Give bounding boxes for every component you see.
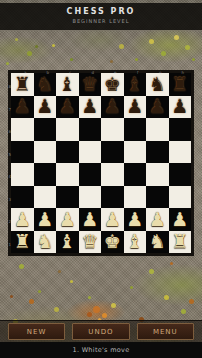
file-label-h: h [181,71,184,75]
app-title: CHESS PRO [0,7,202,16]
white-pawn[interactable]: ♟ [81,210,98,229]
square-d4[interactable] [79,163,102,186]
file-label-b: b [46,71,49,75]
square-g7[interactable]: ♟ [146,96,169,119]
file-label-c: c [69,71,71,75]
square-g1[interactable]: ♞ [146,231,169,254]
square-g2[interactable]: ♟ [146,208,169,231]
square-a4[interactable] [11,163,34,186]
square-b3[interactable] [34,186,57,209]
square-h2[interactable]: ♟ [169,208,192,231]
square-h4[interactable] [169,163,192,186]
square-b6[interactable] [34,118,57,141]
board-grid: ♜♞♝♛♚♝♞♜♟♟♟♟♟♟♟♟♟♟♟♟♟♟♟♟♜♞♝♛♚♝♞♜ [11,73,191,253]
square-c3[interactable] [56,186,79,209]
square-d2[interactable]: ♟ [79,208,102,231]
white-pawn[interactable]: ♟ [59,210,76,229]
square-b4[interactable] [34,163,57,186]
white-pawn[interactable]: ♟ [149,210,166,229]
square-e5[interactable] [101,141,124,164]
menu-button[interactable]: MENU [137,323,194,340]
new-game-button[interactable]: NEW [8,323,65,340]
square-a8[interactable]: ♜ [11,73,34,96]
difficulty-level-label: BEGINNER LEVEL [0,18,202,25]
square-h5[interactable] [169,141,192,164]
square-d5[interactable] [79,141,102,164]
square-a1[interactable]: ♜ [11,231,34,254]
black-queen[interactable]: ♛ [81,75,98,94]
rank-label-4: 4 [9,175,12,179]
square-e7[interactable]: ♟ [101,96,124,119]
move-indicator: 1. White's move [72,346,129,354]
file-label-g: g [159,71,162,75]
square-g3[interactable] [146,186,169,209]
black-pawn[interactable]: ♟ [14,97,31,116]
black-pawn[interactable]: ♟ [59,97,76,116]
square-f7[interactable]: ♟ [124,96,147,119]
control-bar: NEW UNDO MENU [0,320,202,342]
square-g6[interactable] [146,118,169,141]
white-pawn[interactable]: ♟ [171,210,188,229]
white-bishop[interactable]: ♝ [126,232,143,251]
rank-label-6: 6 [9,130,12,134]
app-header: CHESS PRO BEGINNER LEVEL [0,3,202,30]
square-f6[interactable] [124,118,147,141]
square-g8[interactable]: ♞ [146,73,169,96]
black-bishop[interactable]: ♝ [59,75,76,94]
file-label-f: f [137,71,138,75]
square-a6[interactable] [11,118,34,141]
square-f5[interactable] [124,141,147,164]
square-c7[interactable]: ♟ [56,96,79,119]
white-knight[interactable]: ♞ [149,232,166,251]
rank-label-1: 1 [9,243,12,247]
chess-board: ♜♞♝♛♚♝♞♜♟♟♟♟♟♟♟♟♟♟♟♟♟♟♟♟♜♞♝♛♚♝♞♜ abcdefg… [8,70,194,256]
white-knight[interactable]: ♞ [36,232,53,251]
square-b7[interactable]: ♟ [34,96,57,119]
square-b8[interactable]: ♞ [34,73,57,96]
white-king[interactable]: ♚ [104,232,121,251]
square-a2[interactable]: ♟ [11,208,34,231]
square-c1[interactable]: ♝ [56,231,79,254]
rank-label-7: 7 [9,108,12,112]
file-label-d: d [91,71,94,75]
square-c8[interactable]: ♝ [56,73,79,96]
square-c2[interactable]: ♟ [56,208,79,231]
white-pawn[interactable]: ♟ [14,210,31,229]
black-pawn[interactable]: ♟ [104,97,121,116]
rank-label-5: 5 [9,153,12,157]
rank-label-3: 3 [9,198,12,202]
square-e1[interactable]: ♚ [101,231,124,254]
square-a3[interactable] [11,186,34,209]
square-e4[interactable] [101,163,124,186]
square-g4[interactable] [146,163,169,186]
white-pawn[interactable]: ♟ [36,210,53,229]
square-e6[interactable] [101,118,124,141]
white-pawn[interactable]: ♟ [104,210,121,229]
square-c6[interactable] [56,118,79,141]
square-f2[interactable]: ♟ [124,208,147,231]
undo-button[interactable]: UNDO [72,323,129,340]
white-queen[interactable]: ♛ [81,232,98,251]
white-bishop[interactable]: ♝ [59,232,76,251]
square-h7[interactable]: ♟ [169,96,192,119]
square-h8[interactable]: ♜ [169,73,192,96]
file-label-e: e [114,71,116,75]
black-pawn[interactable]: ♟ [171,97,188,116]
square-a7[interactable]: ♟ [11,96,34,119]
black-rook[interactable]: ♜ [14,75,31,94]
square-c4[interactable] [56,163,79,186]
square-d8[interactable]: ♛ [79,73,102,96]
black-knight[interactable]: ♞ [149,75,166,94]
black-bishop[interactable]: ♝ [126,75,143,94]
square-h6[interactable] [169,118,192,141]
rank-label-2: 2 [9,220,12,224]
black-pawn[interactable]: ♟ [149,97,166,116]
square-b2[interactable]: ♟ [34,208,57,231]
square-f8[interactable]: ♝ [124,73,147,96]
square-c5[interactable] [56,141,79,164]
black-pawn[interactable]: ♟ [81,97,98,116]
file-label-a: a [24,71,26,75]
square-d7[interactable]: ♟ [79,96,102,119]
black-king[interactable]: ♚ [104,75,121,94]
black-pawn[interactable]: ♟ [36,97,53,116]
status-bar: 1. White's move [0,342,202,358]
square-d6[interactable] [79,118,102,141]
rank-label-8: 8 [9,85,12,89]
square-f3[interactable] [124,186,147,209]
white-pawn[interactable]: ♟ [126,210,143,229]
app-screen: CHESS PRO BEGINNER LEVEL ♜♞♝♛♚♝♞♜♟♟♟♟♟♟♟… [0,0,202,358]
square-g5[interactable] [146,141,169,164]
white-rook[interactable]: ♜ [171,232,188,251]
square-f1[interactable]: ♝ [124,231,147,254]
square-f4[interactable] [124,163,147,186]
square-b1[interactable]: ♞ [34,231,57,254]
square-h3[interactable] [169,186,192,209]
square-b5[interactable] [34,141,57,164]
black-knight[interactable]: ♞ [36,75,53,94]
black-rook[interactable]: ♜ [171,75,188,94]
square-d1[interactable]: ♛ [79,231,102,254]
square-e8[interactable]: ♚ [101,73,124,96]
black-pawn[interactable]: ♟ [126,97,143,116]
white-rook[interactable]: ♜ [14,232,31,251]
square-h1[interactable]: ♜ [169,231,192,254]
square-d3[interactable] [79,186,102,209]
square-e2[interactable]: ♟ [101,208,124,231]
square-e3[interactable] [101,186,124,209]
square-a5[interactable] [11,141,34,164]
